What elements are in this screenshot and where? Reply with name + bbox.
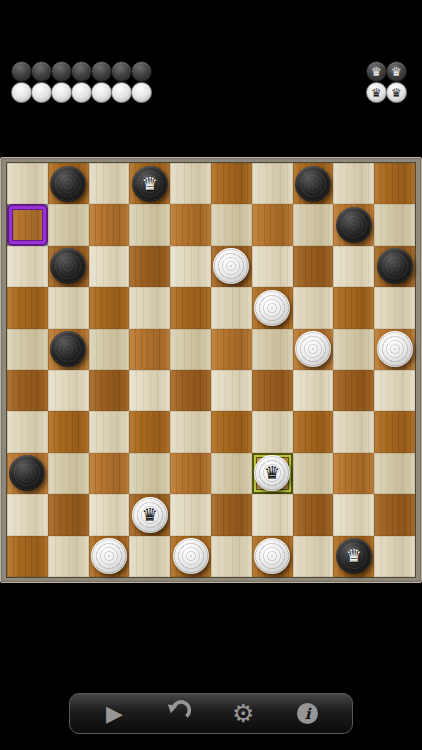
square-r0c7[interactable] bbox=[293, 163, 334, 204]
square-r7c3 bbox=[129, 453, 170, 494]
square-r3c8[interactable] bbox=[333, 287, 374, 328]
square-r6c3[interactable] bbox=[129, 411, 170, 452]
square-r3c2[interactable] bbox=[89, 287, 130, 328]
white-man[interactable] bbox=[254, 538, 290, 574]
square-r6c5[interactable] bbox=[211, 411, 252, 452]
material-tray-men bbox=[11, 61, 151, 103]
undo-button[interactable] bbox=[159, 697, 199, 731]
square-r1c6[interactable] bbox=[252, 204, 293, 245]
info-icon: i bbox=[297, 703, 318, 724]
light-men-count-row bbox=[11, 82, 151, 103]
square-r2c7[interactable] bbox=[293, 246, 334, 287]
square-r3c5 bbox=[211, 287, 252, 328]
square-r9c5 bbox=[211, 536, 252, 577]
square-r0c6 bbox=[252, 163, 293, 204]
tray-light-man bbox=[71, 82, 92, 103]
square-r9c8[interactable]: ♛ bbox=[333, 536, 374, 577]
square-r7c4[interactable] bbox=[170, 453, 211, 494]
square-r1c2[interactable] bbox=[89, 204, 130, 245]
white-man[interactable] bbox=[91, 538, 127, 574]
settings-button[interactable]: ⚙ bbox=[223, 697, 263, 731]
tray-light-king: ♛ bbox=[386, 82, 407, 103]
tray-light-man bbox=[131, 82, 152, 103]
square-r6c2 bbox=[89, 411, 130, 452]
tray-dark-man bbox=[91, 61, 112, 82]
square-r1c1 bbox=[48, 204, 89, 245]
toolbar: ▶ ⚙ i bbox=[69, 693, 353, 734]
play-icon: ▶ bbox=[106, 703, 123, 725]
square-r0c3[interactable]: ♛ bbox=[129, 163, 170, 204]
square-r5c6[interactable] bbox=[252, 370, 293, 411]
square-r0c8 bbox=[333, 163, 374, 204]
square-r7c6[interactable]: ♛ bbox=[252, 453, 293, 494]
square-r9c6[interactable] bbox=[252, 536, 293, 577]
tray-light-man bbox=[111, 82, 132, 103]
square-r2c1[interactable] bbox=[48, 246, 89, 287]
square-r6c1[interactable] bbox=[48, 411, 89, 452]
square-r7c7 bbox=[293, 453, 334, 494]
square-r1c5 bbox=[211, 204, 252, 245]
square-r2c9[interactable] bbox=[374, 246, 415, 287]
crown-icon: ♛ bbox=[387, 62, 406, 81]
square-r4c8 bbox=[333, 329, 374, 370]
material-tray-kings: ♛♛ ♛♛ bbox=[366, 61, 406, 103]
square-r2c4 bbox=[170, 246, 211, 287]
white-man[interactable] bbox=[254, 290, 290, 326]
black-man[interactable] bbox=[377, 248, 413, 284]
square-r6c4 bbox=[170, 411, 211, 452]
tray-light-man bbox=[11, 82, 32, 103]
crown-icon: ♛ bbox=[367, 83, 386, 102]
white-man[interactable] bbox=[173, 538, 209, 574]
square-r9c3 bbox=[129, 536, 170, 577]
tray-dark-man bbox=[31, 61, 52, 82]
dark-kings-count-row: ♛♛ bbox=[366, 61, 406, 82]
square-r7c1 bbox=[48, 453, 89, 494]
square-r9c2[interactable] bbox=[89, 536, 130, 577]
square-r9c7 bbox=[293, 536, 334, 577]
square-r8c2 bbox=[89, 494, 130, 535]
black-man[interactable] bbox=[50, 331, 86, 367]
tray-dark-man bbox=[111, 61, 132, 82]
square-r7c5 bbox=[211, 453, 252, 494]
square-r4c7[interactable] bbox=[293, 329, 334, 370]
square-r4c6 bbox=[252, 329, 293, 370]
square-r8c8 bbox=[333, 494, 374, 535]
square-r1c9 bbox=[374, 204, 415, 245]
square-r0c2 bbox=[89, 163, 130, 204]
square-r6c0 bbox=[7, 411, 48, 452]
square-r0c9[interactable] bbox=[374, 163, 415, 204]
tray-dark-man bbox=[131, 61, 152, 82]
square-r3c9 bbox=[374, 287, 415, 328]
square-r9c9 bbox=[374, 536, 415, 577]
square-r8c0 bbox=[7, 494, 48, 535]
square-r7c2[interactable] bbox=[89, 453, 130, 494]
square-r0c0 bbox=[7, 163, 48, 204]
square-r2c0 bbox=[7, 246, 48, 287]
tray-dark-king: ♛ bbox=[386, 61, 407, 82]
square-r1c7 bbox=[293, 204, 334, 245]
square-r8c1[interactable] bbox=[48, 494, 89, 535]
square-r4c4 bbox=[170, 329, 211, 370]
black-man[interactable] bbox=[9, 455, 45, 491]
square-r8c5[interactable] bbox=[211, 494, 252, 535]
black-man[interactable] bbox=[50, 166, 86, 202]
square-r9c1 bbox=[48, 536, 89, 577]
square-r7c9 bbox=[374, 453, 415, 494]
tray-dark-man bbox=[71, 61, 92, 82]
square-r3c1 bbox=[48, 287, 89, 328]
black-king[interactable]: ♛ bbox=[132, 166, 168, 202]
crown-icon: ♛ bbox=[132, 166, 168, 202]
square-r2c8 bbox=[333, 246, 374, 287]
crown-icon: ♛ bbox=[387, 83, 406, 102]
square-r4c0 bbox=[7, 329, 48, 370]
dark-men-count-row bbox=[11, 61, 151, 82]
white-king[interactable]: ♛ bbox=[132, 497, 168, 533]
square-r0c1[interactable] bbox=[48, 163, 89, 204]
info-button[interactable]: i bbox=[288, 697, 328, 731]
tray-light-king: ♛ bbox=[366, 82, 387, 103]
square-r8c3[interactable]: ♛ bbox=[129, 494, 170, 535]
black-man[interactable] bbox=[50, 248, 86, 284]
gear-icon: ⚙ bbox=[232, 701, 254, 726]
tray-light-man bbox=[31, 82, 52, 103]
square-r9c0[interactable] bbox=[7, 536, 48, 577]
tray-dark-man bbox=[51, 61, 72, 82]
crown-icon: ♛ bbox=[367, 62, 386, 81]
square-r4c9[interactable] bbox=[374, 329, 415, 370]
tray-dark-king: ♛ bbox=[366, 61, 387, 82]
white-man[interactable] bbox=[295, 331, 331, 367]
square-r5c4[interactable] bbox=[170, 370, 211, 411]
white-man[interactable] bbox=[377, 331, 413, 367]
board-grid: ♛♛♛♛ bbox=[7, 163, 415, 577]
square-r2c5[interactable] bbox=[211, 246, 252, 287]
square-r8c4 bbox=[170, 494, 211, 535]
white-king[interactable]: ♛ bbox=[254, 455, 290, 491]
white-man[interactable] bbox=[213, 248, 249, 284]
square-r4c3[interactable] bbox=[129, 329, 170, 370]
board: ♛♛♛♛ bbox=[0, 157, 422, 583]
square-r6c7[interactable] bbox=[293, 411, 334, 452]
square-r4c1[interactable] bbox=[48, 329, 89, 370]
square-r6c8 bbox=[333, 411, 374, 452]
square-r6c6 bbox=[252, 411, 293, 452]
square-r8c9[interactable] bbox=[374, 494, 415, 535]
square-r1c0[interactable] bbox=[7, 204, 48, 245]
square-r3c6[interactable] bbox=[252, 287, 293, 328]
square-r7c0[interactable] bbox=[7, 453, 48, 494]
square-r5c3 bbox=[129, 370, 170, 411]
square-r4c2 bbox=[89, 329, 130, 370]
tray-light-man bbox=[91, 82, 112, 103]
crown-icon: ♛ bbox=[254, 455, 290, 491]
square-r7c8[interactable] bbox=[333, 453, 374, 494]
black-man[interactable] bbox=[336, 207, 372, 243]
square-r3c0[interactable] bbox=[7, 287, 48, 328]
square-r5c1 bbox=[48, 370, 89, 411]
square-r9c4[interactable] bbox=[170, 536, 211, 577]
app-screen: ♛♛ ♛♛ ♛♛♛♛ ▶ ⚙ i bbox=[0, 0, 422, 750]
square-r3c4[interactable] bbox=[170, 287, 211, 328]
square-r5c8[interactable] bbox=[333, 370, 374, 411]
tray-light-man bbox=[51, 82, 72, 103]
square-r2c2 bbox=[89, 246, 130, 287]
square-r2c6 bbox=[252, 246, 293, 287]
square-r8c7[interactable] bbox=[293, 494, 334, 535]
undo-icon bbox=[165, 699, 192, 729]
square-r5c9 bbox=[374, 370, 415, 411]
square-r2c3[interactable] bbox=[129, 246, 170, 287]
square-r6c9[interactable] bbox=[374, 411, 415, 452]
crown-icon: ♛ bbox=[132, 497, 168, 533]
square-r5c7 bbox=[293, 370, 334, 411]
square-r8c6 bbox=[252, 494, 293, 535]
square-r0c5[interactable] bbox=[211, 163, 252, 204]
square-r1c8[interactable] bbox=[333, 204, 374, 245]
crown-icon: ♛ bbox=[336, 538, 372, 574]
black-man[interactable] bbox=[295, 166, 331, 202]
tray-dark-man bbox=[11, 61, 32, 82]
square-r5c2[interactable] bbox=[89, 370, 130, 411]
square-r1c3 bbox=[129, 204, 170, 245]
square-r1c4[interactable] bbox=[170, 204, 211, 245]
square-r3c7 bbox=[293, 287, 334, 328]
square-r3c3 bbox=[129, 287, 170, 328]
square-r4c5[interactable] bbox=[211, 329, 252, 370]
square-r0c4 bbox=[170, 163, 211, 204]
light-kings-count-row: ♛♛ bbox=[366, 82, 406, 103]
black-king[interactable]: ♛ bbox=[336, 538, 372, 574]
play-button[interactable]: ▶ bbox=[94, 697, 134, 731]
square-r5c5 bbox=[211, 370, 252, 411]
square-r5c0[interactable] bbox=[7, 370, 48, 411]
